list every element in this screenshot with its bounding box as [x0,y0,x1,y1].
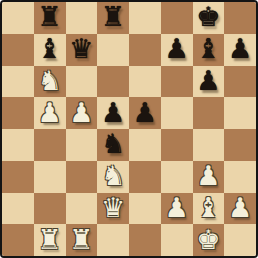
white-pawn[interactable]: ♟ [69,99,93,126]
black-pawn[interactable]: ♟ [101,99,125,126]
black-pawn[interactable]: ♟ [228,35,252,62]
square-g3[interactable]: ♟ [193,161,225,193]
square-d5[interactable]: ♟ [97,97,129,129]
square-c4[interactable] [66,129,98,161]
square-b7[interactable]: ♝ [34,34,66,66]
square-g4[interactable] [193,129,225,161]
white-knight[interactable]: ♞ [38,67,62,94]
square-c7[interactable]: ♛ [66,34,98,66]
white-rook[interactable]: ♜ [69,226,93,253]
square-f1[interactable] [161,224,193,256]
black-rook[interactable]: ♜ [38,3,62,30]
square-d4[interactable]: ♞ [97,129,129,161]
square-b6[interactable]: ♞ [34,66,66,98]
white-knight[interactable]: ♞ [101,162,125,189]
chess-board: ♜♜♚♝♛♟♝♟♞♟♟♟♟♟♞♞♟♛♟♝♟♜♜♚ [0,0,258,258]
square-a1[interactable] [2,224,34,256]
square-d1[interactable] [97,224,129,256]
square-d8[interactable]: ♜ [97,2,129,34]
square-h8[interactable] [224,2,256,34]
square-e3[interactable] [129,161,161,193]
square-e4[interactable] [129,129,161,161]
black-pawn[interactable]: ♟ [196,67,220,94]
white-bishop[interactable]: ♝ [196,194,220,221]
black-king[interactable]: ♚ [196,3,220,30]
square-h4[interactable] [224,129,256,161]
black-knight[interactable]: ♞ [101,130,125,157]
square-g6[interactable]: ♟ [193,66,225,98]
square-e7[interactable] [129,34,161,66]
square-a8[interactable] [2,2,34,34]
square-g7[interactable]: ♝ [193,34,225,66]
square-e6[interactable] [129,66,161,98]
square-f6[interactable] [161,66,193,98]
square-b2[interactable] [34,193,66,225]
square-f4[interactable] [161,129,193,161]
square-b4[interactable] [34,129,66,161]
square-h3[interactable] [224,161,256,193]
square-b8[interactable]: ♜ [34,2,66,34]
black-rook[interactable]: ♜ [101,3,125,30]
square-g8[interactable]: ♚ [193,2,225,34]
square-e8[interactable] [129,2,161,34]
square-c1[interactable]: ♜ [66,224,98,256]
square-f8[interactable] [161,2,193,34]
black-bishop[interactable]: ♝ [196,35,220,62]
square-a3[interactable] [2,161,34,193]
square-d6[interactable] [97,66,129,98]
white-king[interactable]: ♚ [196,226,220,253]
white-queen[interactable]: ♛ [101,194,125,221]
square-e5[interactable]: ♟ [129,97,161,129]
square-d7[interactable] [97,34,129,66]
square-g2[interactable]: ♝ [193,193,225,225]
square-g1[interactable]: ♚ [193,224,225,256]
chess-app: ♜♜♚♝♛♟♝♟♞♟♟♟♟♟♞♞♟♛♟♝♟♜♜♚ [0,0,258,258]
square-c8[interactable] [66,2,98,34]
white-rook[interactable]: ♜ [38,226,62,253]
square-b3[interactable] [34,161,66,193]
square-c3[interactable] [66,161,98,193]
square-f5[interactable] [161,97,193,129]
square-a4[interactable] [2,129,34,161]
black-pawn[interactable]: ♟ [165,35,189,62]
square-e1[interactable] [129,224,161,256]
square-f3[interactable] [161,161,193,193]
black-pawn[interactable]: ♟ [133,99,157,126]
square-h7[interactable]: ♟ [224,34,256,66]
square-d2[interactable]: ♛ [97,193,129,225]
square-g5[interactable] [193,97,225,129]
square-b5[interactable]: ♟ [34,97,66,129]
square-c6[interactable] [66,66,98,98]
square-b1[interactable]: ♜ [34,224,66,256]
white-pawn[interactable]: ♟ [38,99,62,126]
square-c5[interactable]: ♟ [66,97,98,129]
square-h1[interactable] [224,224,256,256]
white-pawn[interactable]: ♟ [228,194,252,221]
square-a6[interactable] [2,66,34,98]
white-pawn[interactable]: ♟ [196,162,220,189]
black-queen[interactable]: ♛ [69,35,93,62]
square-h6[interactable] [224,66,256,98]
square-h2[interactable]: ♟ [224,193,256,225]
white-pawn[interactable]: ♟ [165,194,189,221]
square-a7[interactable] [2,34,34,66]
square-d3[interactable]: ♞ [97,161,129,193]
square-a2[interactable] [2,193,34,225]
square-e2[interactable] [129,193,161,225]
square-a5[interactable] [2,97,34,129]
black-bishop[interactable]: ♝ [38,35,62,62]
square-f7[interactable]: ♟ [161,34,193,66]
square-c2[interactable] [66,193,98,225]
square-f2[interactable]: ♟ [161,193,193,225]
square-h5[interactable] [224,97,256,129]
